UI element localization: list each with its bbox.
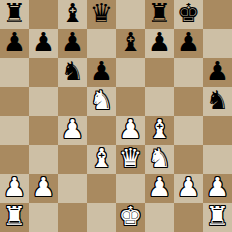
black-bishop-icon[interactable]: ♝ (119, 29, 142, 57)
square-c6[interactable]: ♞ (58, 58, 87, 87)
square-f2[interactable]: ♟ (145, 174, 174, 203)
square-g6[interactable] (174, 58, 203, 87)
square-h7[interactable] (203, 29, 232, 58)
square-b8[interactable] (29, 0, 58, 29)
square-f3[interactable]: ♞ (145, 145, 174, 174)
square-h3[interactable] (203, 145, 232, 174)
square-h4[interactable] (203, 116, 232, 145)
square-e5[interactable] (116, 87, 145, 116)
square-e7[interactable]: ♝ (116, 29, 145, 58)
black-pawn-icon[interactable]: ♟ (61, 29, 84, 57)
square-b5[interactable] (29, 87, 58, 116)
square-f7[interactable]: ♟ (145, 29, 174, 58)
square-e2[interactable] (116, 174, 145, 203)
square-a5[interactable] (0, 87, 29, 116)
square-d8[interactable]: ♛ (87, 0, 116, 29)
square-g3[interactable] (174, 145, 203, 174)
square-a3[interactable] (0, 145, 29, 174)
white-pawn-icon[interactable]: ♟ (206, 174, 229, 202)
square-d2[interactable] (87, 174, 116, 203)
square-g5[interactable] (174, 87, 203, 116)
square-a6[interactable] (0, 58, 29, 87)
black-pawn-icon[interactable]: ♟ (32, 29, 55, 57)
square-g4[interactable] (174, 116, 203, 145)
square-g7[interactable]: ♟ (174, 29, 203, 58)
black-pawn-icon[interactable]: ♟ (90, 58, 113, 86)
white-pawn-icon[interactable]: ♟ (148, 174, 171, 202)
white-pawn-icon[interactable]: ♟ (119, 116, 142, 144)
square-b4[interactable] (29, 116, 58, 145)
square-d6[interactable]: ♟ (87, 58, 116, 87)
white-rook-icon[interactable]: ♜ (206, 203, 229, 231)
black-pawn-icon[interactable]: ♟ (3, 29, 26, 57)
square-e1[interactable]: ♚ (116, 203, 145, 232)
square-a8[interactable]: ♜ (0, 0, 29, 29)
black-knight-icon[interactable]: ♞ (61, 58, 84, 86)
square-f4[interactable]: ♝ (145, 116, 174, 145)
square-f8[interactable]: ♜ (145, 0, 174, 29)
square-b2[interactable]: ♟ (29, 174, 58, 203)
square-d4[interactable] (87, 116, 116, 145)
square-f6[interactable] (145, 58, 174, 87)
square-g2[interactable]: ♟ (174, 174, 203, 203)
white-queen-icon[interactable]: ♛ (119, 145, 142, 173)
white-pawn-icon[interactable]: ♟ (3, 174, 26, 202)
white-king-icon[interactable]: ♚ (119, 203, 142, 231)
white-pawn-icon[interactable]: ♟ (177, 174, 200, 202)
white-bishop-icon[interactable]: ♝ (148, 116, 171, 144)
square-e4[interactable]: ♟ (116, 116, 145, 145)
square-b1[interactable] (29, 203, 58, 232)
black-rook-icon[interactable]: ♜ (148, 0, 171, 28)
square-h1[interactable]: ♜ (203, 203, 232, 232)
white-rook-icon[interactable]: ♜ (3, 203, 26, 231)
black-pawn-icon[interactable]: ♟ (177, 29, 200, 57)
square-h6[interactable]: ♟ (203, 58, 232, 87)
black-pawn-icon[interactable]: ♟ (206, 58, 229, 86)
square-f5[interactable] (145, 87, 174, 116)
square-c1[interactable] (58, 203, 87, 232)
black-queen-icon[interactable]: ♛ (90, 0, 113, 28)
square-a2[interactable]: ♟ (0, 174, 29, 203)
square-h5[interactable]: ♞ (203, 87, 232, 116)
black-pawn-icon[interactable]: ♟ (148, 29, 171, 57)
white-knight-icon[interactable]: ♞ (90, 87, 113, 115)
square-b3[interactable] (29, 145, 58, 174)
square-d1[interactable] (87, 203, 116, 232)
square-e8[interactable] (116, 0, 145, 29)
square-a7[interactable]: ♟ (0, 29, 29, 58)
square-f1[interactable] (145, 203, 174, 232)
square-c4[interactable]: ♟ (58, 116, 87, 145)
white-pawn-icon[interactable]: ♟ (32, 174, 55, 202)
square-b6[interactable] (29, 58, 58, 87)
square-e6[interactable] (116, 58, 145, 87)
square-b7[interactable]: ♟ (29, 29, 58, 58)
square-c3[interactable] (58, 145, 87, 174)
square-c7[interactable]: ♟ (58, 29, 87, 58)
square-e3[interactable]: ♛ (116, 145, 145, 174)
square-d3[interactable]: ♝ (87, 145, 116, 174)
square-g1[interactable] (174, 203, 203, 232)
chess-board: ♜♝♛♜♚♟♟♟♝♟♟♞♟♟♞♞♟♟♝♝♛♞♟♟♟♟♟♜♚♜ (0, 0, 232, 232)
black-bishop-icon[interactable]: ♝ (61, 0, 84, 28)
square-c2[interactable] (58, 174, 87, 203)
square-h8[interactable] (203, 0, 232, 29)
square-h2[interactable]: ♟ (203, 174, 232, 203)
white-pawn-icon[interactable]: ♟ (61, 116, 84, 144)
white-bishop-icon[interactable]: ♝ (90, 145, 113, 173)
square-d7[interactable] (87, 29, 116, 58)
square-g8[interactable]: ♚ (174, 0, 203, 29)
square-c8[interactable]: ♝ (58, 0, 87, 29)
square-d5[interactable]: ♞ (87, 87, 116, 116)
square-a1[interactable]: ♜ (0, 203, 29, 232)
square-a4[interactable] (0, 116, 29, 145)
black-king-icon[interactable]: ♚ (177, 0, 200, 28)
white-knight-icon[interactable]: ♞ (148, 145, 171, 173)
black-knight-icon[interactable]: ♞ (206, 87, 229, 115)
square-c5[interactable] (58, 87, 87, 116)
black-rook-icon[interactable]: ♜ (3, 0, 26, 28)
